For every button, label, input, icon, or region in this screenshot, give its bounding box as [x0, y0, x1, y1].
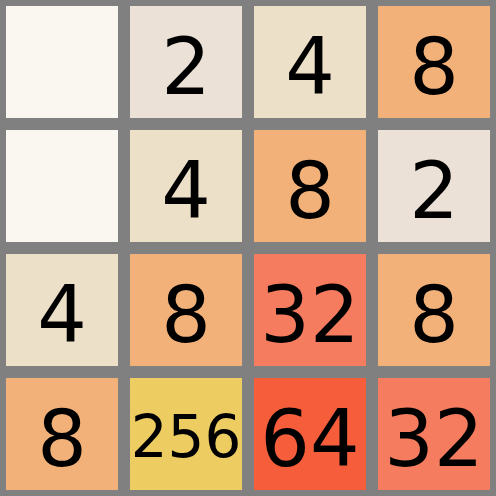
- tile-64: 64: [254, 378, 366, 490]
- empty-cell: [6, 130, 118, 242]
- tile-value: 8: [285, 152, 335, 230]
- tile-value: 64: [260, 400, 359, 478]
- tile-8: 8: [254, 130, 366, 242]
- tile-2: 2: [378, 130, 490, 242]
- tile-value: 256: [131, 408, 242, 466]
- tile-4: 4: [130, 130, 242, 242]
- tile-value: 8: [409, 28, 459, 106]
- tile-4: 4: [254, 6, 366, 118]
- tile-value: 4: [285, 28, 335, 106]
- tile-value: 8: [37, 400, 87, 478]
- tile-32: 32: [254, 254, 366, 366]
- tile-value: 8: [409, 276, 459, 354]
- tile-2: 2: [130, 6, 242, 118]
- tile-value: 2: [161, 28, 211, 106]
- tile-value: 4: [161, 152, 211, 230]
- tile-8: 8: [130, 254, 242, 366]
- tile-32: 32: [378, 378, 490, 490]
- tile-8: 8: [6, 378, 118, 490]
- tile-256: 256: [130, 378, 242, 490]
- tile-value: 4: [37, 276, 87, 354]
- tile-value: 8: [161, 276, 211, 354]
- tile-value: 32: [260, 276, 359, 354]
- tile-value: 2: [409, 152, 459, 230]
- empty-cell: [6, 6, 118, 118]
- tile-8: 8: [378, 254, 490, 366]
- tile-8: 8: [378, 6, 490, 118]
- tile-4: 4: [6, 254, 118, 366]
- board-2048[interactable]: 2484824832882566432: [0, 0, 496, 496]
- tile-value: 32: [384, 400, 483, 478]
